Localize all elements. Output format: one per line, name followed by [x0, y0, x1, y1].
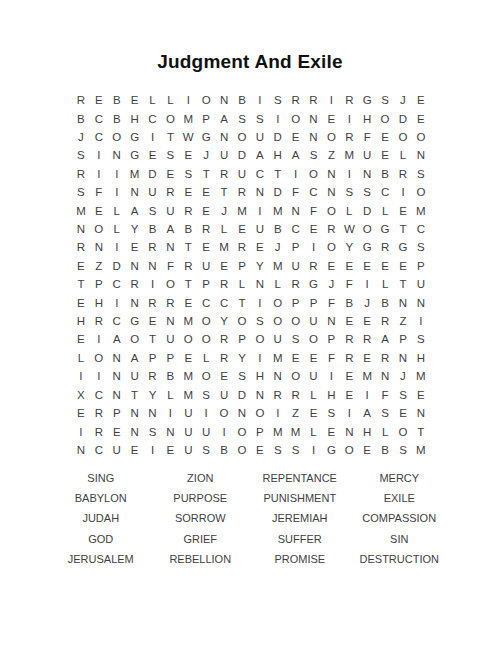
- grid-cell[interactable]: N: [215, 128, 233, 146]
- grid-cell[interactable]: E: [215, 367, 233, 385]
- grid-cell[interactable]: A: [215, 109, 233, 127]
- grid-cell[interactable]: E: [90, 91, 108, 109]
- grid-cell[interactable]: S: [340, 183, 358, 201]
- grid-cell[interactable]: N: [376, 367, 394, 385]
- grid-cell[interactable]: R: [215, 330, 233, 348]
- grid-cell[interactable]: M: [287, 422, 305, 440]
- grid-cell[interactable]: E: [108, 422, 126, 440]
- grid-cell[interactable]: X: [72, 386, 90, 404]
- grid-cell[interactable]: M: [179, 386, 197, 404]
- grid-cell[interactable]: R: [215, 165, 233, 183]
- grid-cell[interactable]: E: [126, 91, 144, 109]
- grid-cell[interactable]: N: [72, 220, 90, 238]
- grid-cell[interactable]: T: [215, 183, 233, 201]
- grid-cell[interactable]: N: [412, 293, 430, 311]
- grid-cell[interactable]: N: [215, 91, 233, 109]
- grid-cell[interactable]: U: [197, 422, 215, 440]
- grid-cell[interactable]: F: [322, 293, 340, 311]
- grid-cell[interactable]: S: [305, 146, 323, 164]
- grid-cell[interactable]: O: [322, 238, 340, 256]
- grid-cell[interactable]: E: [179, 349, 197, 367]
- grid-cell[interactable]: A: [251, 146, 269, 164]
- grid-cell[interactable]: R: [305, 91, 323, 109]
- grid-cell[interactable]: E: [305, 404, 323, 422]
- grid-cell[interactable]: J: [322, 275, 340, 293]
- grid-cell[interactable]: D: [394, 109, 412, 127]
- grid-cell[interactable]: H: [322, 386, 340, 404]
- grid-cell[interactable]: S: [144, 422, 162, 440]
- grid-cell[interactable]: T: [233, 293, 251, 311]
- grid-cell[interactable]: S: [269, 441, 287, 459]
- grid-cell[interactable]: B: [179, 220, 197, 238]
- grid-cell[interactable]: G: [126, 128, 144, 146]
- grid-cell[interactable]: D: [233, 386, 251, 404]
- grid-cell[interactable]: E: [90, 201, 108, 219]
- grid-cell[interactable]: E: [340, 386, 358, 404]
- grid-cell[interactable]: O: [394, 422, 412, 440]
- grid-cell[interactable]: I: [108, 183, 126, 201]
- grid-cell[interactable]: U: [412, 275, 430, 293]
- grid-cell[interactable]: N: [394, 293, 412, 311]
- grid-cell[interactable]: U: [358, 146, 376, 164]
- grid-cell[interactable]: T: [394, 220, 412, 238]
- grid-cell[interactable]: I: [72, 367, 90, 385]
- grid-cell[interactable]: S: [376, 404, 394, 422]
- grid-cell[interactable]: J: [358, 293, 376, 311]
- grid-cell[interactable]: R: [90, 404, 108, 422]
- grid-cell[interactable]: U: [197, 257, 215, 275]
- grid-cell[interactable]: N: [269, 367, 287, 385]
- grid-cell[interactable]: E: [197, 201, 215, 219]
- grid-cell[interactable]: S: [412, 330, 430, 348]
- grid-cell[interactable]: E: [358, 312, 376, 330]
- grid-cell[interactable]: U: [108, 441, 126, 459]
- grid-cell[interactable]: U: [233, 165, 251, 183]
- grid-cell[interactable]: G: [376, 220, 394, 238]
- grid-cell[interactable]: H: [269, 146, 287, 164]
- grid-cell[interactable]: I: [144, 275, 162, 293]
- grid-cell[interactable]: I: [340, 165, 358, 183]
- grid-cell[interactable]: P: [305, 293, 323, 311]
- grid-cell[interactable]: U: [305, 312, 323, 330]
- grid-cell[interactable]: I: [287, 165, 305, 183]
- grid-cell[interactable]: N: [322, 183, 340, 201]
- grid-cell[interactable]: L: [161, 386, 179, 404]
- grid-cell[interactable]: G: [197, 128, 215, 146]
- grid-cell[interactable]: O: [179, 330, 197, 348]
- grid-cell[interactable]: R: [340, 91, 358, 109]
- grid-cell[interactable]: R: [72, 165, 90, 183]
- grid-cell[interactable]: O: [287, 367, 305, 385]
- grid-cell[interactable]: A: [376, 330, 394, 348]
- grid-cell[interactable]: R: [376, 312, 394, 330]
- grid-cell[interactable]: I: [305, 238, 323, 256]
- grid-cell[interactable]: I: [412, 312, 430, 330]
- grid-cell[interactable]: I: [90, 165, 108, 183]
- grid-cell[interactable]: G: [322, 441, 340, 459]
- grid-cell[interactable]: E: [197, 238, 215, 256]
- grid-cell[interactable]: R: [340, 128, 358, 146]
- grid-cell[interactable]: Z: [322, 146, 340, 164]
- grid-cell[interactable]: T: [179, 238, 197, 256]
- grid-cell[interactable]: T: [72, 275, 90, 293]
- grid-cell[interactable]: R: [215, 275, 233, 293]
- grid-cell[interactable]: N: [287, 201, 305, 219]
- grid-cell[interactable]: S: [233, 367, 251, 385]
- grid-cell[interactable]: S: [72, 183, 90, 201]
- grid-cell[interactable]: B: [376, 441, 394, 459]
- grid-cell[interactable]: E: [394, 257, 412, 275]
- grid-cell[interactable]: E: [358, 257, 376, 275]
- grid-cell[interactable]: E: [197, 183, 215, 201]
- grid-cell[interactable]: F: [376, 386, 394, 404]
- grid-cell[interactable]: D: [108, 257, 126, 275]
- grid-cell[interactable]: L: [340, 201, 358, 219]
- grid-cell[interactable]: F: [161, 257, 179, 275]
- grid-cell[interactable]: E: [376, 257, 394, 275]
- grid-cell[interactable]: O: [197, 367, 215, 385]
- grid-cell[interactable]: E: [340, 312, 358, 330]
- grid-cell[interactable]: N: [126, 422, 144, 440]
- grid-cell[interactable]: O: [161, 275, 179, 293]
- grid-cell[interactable]: N: [108, 386, 126, 404]
- grid-cell[interactable]: P: [233, 257, 251, 275]
- grid-cell[interactable]: N: [305, 109, 323, 127]
- grid-cell[interactable]: I: [251, 293, 269, 311]
- grid-cell[interactable]: C: [90, 109, 108, 127]
- grid-cell[interactable]: R: [394, 165, 412, 183]
- grid-cell[interactable]: O: [251, 404, 269, 422]
- grid-cell[interactable]: N: [161, 312, 179, 330]
- grid-cell[interactable]: I: [340, 109, 358, 127]
- grid-cell[interactable]: G: [126, 312, 144, 330]
- grid-cell[interactable]: U: [215, 146, 233, 164]
- grid-cell[interactable]: M: [179, 312, 197, 330]
- grid-cell[interactable]: P: [412, 257, 430, 275]
- grid-cell[interactable]: E: [126, 441, 144, 459]
- grid-cell[interactable]: E: [412, 109, 430, 127]
- grid-cell[interactable]: H: [412, 349, 430, 367]
- grid-cell[interactable]: G: [126, 146, 144, 164]
- grid-cell[interactable]: N: [322, 312, 340, 330]
- grid-cell[interactable]: L: [108, 220, 126, 238]
- grid-cell[interactable]: I: [251, 349, 269, 367]
- grid-cell[interactable]: S: [394, 386, 412, 404]
- grid-cell[interactable]: D: [269, 128, 287, 146]
- grid-cell[interactable]: R: [179, 257, 197, 275]
- grid-cell[interactable]: B: [108, 91, 126, 109]
- grid-cell[interactable]: E: [305, 220, 323, 238]
- grid-cell[interactable]: M: [126, 165, 144, 183]
- grid-cell[interactable]: N: [251, 183, 269, 201]
- grid-cell[interactable]: M: [233, 201, 251, 219]
- grid-cell[interactable]: E: [412, 91, 430, 109]
- grid-cell[interactable]: R: [144, 367, 162, 385]
- grid-cell[interactable]: E: [412, 386, 430, 404]
- grid-cell[interactable]: R: [233, 238, 251, 256]
- grid-cell[interactable]: E: [358, 441, 376, 459]
- grid-cell[interactable]: N: [251, 386, 269, 404]
- grid-cell[interactable]: B: [215, 441, 233, 459]
- grid-cell[interactable]: E: [161, 165, 179, 183]
- grid-cell[interactable]: I: [322, 91, 340, 109]
- grid-cell[interactable]: E: [179, 146, 197, 164]
- grid-cell[interactable]: S: [287, 441, 305, 459]
- grid-cell[interactable]: I: [305, 441, 323, 459]
- grid-cell[interactable]: M: [269, 349, 287, 367]
- grid-cell[interactable]: E: [394, 404, 412, 422]
- grid-cell[interactable]: N: [340, 422, 358, 440]
- grid-cell[interactable]: E: [251, 238, 269, 256]
- grid-cell[interactable]: R: [72, 91, 90, 109]
- grid-cell[interactable]: P: [287, 293, 305, 311]
- grid-cell[interactable]: L: [161, 91, 179, 109]
- grid-cell[interactable]: R: [376, 349, 394, 367]
- grid-cell[interactable]: M: [340, 146, 358, 164]
- grid-cell[interactable]: A: [358, 404, 376, 422]
- grid-cell[interactable]: E: [144, 312, 162, 330]
- grid-cell[interactable]: D: [144, 165, 162, 183]
- grid-cell[interactable]: M: [269, 422, 287, 440]
- grid-cell[interactable]: B: [233, 91, 251, 109]
- grid-cell[interactable]: O: [287, 312, 305, 330]
- grid-cell[interactable]: U: [126, 367, 144, 385]
- grid-cell[interactable]: J: [197, 146, 215, 164]
- grid-cell[interactable]: E: [215, 257, 233, 275]
- grid-cell[interactable]: L: [305, 422, 323, 440]
- grid-cell[interactable]: S: [72, 146, 90, 164]
- grid-cell[interactable]: E: [161, 441, 179, 459]
- grid-cell[interactable]: E: [72, 293, 90, 311]
- grid-cell[interactable]: R: [179, 201, 197, 219]
- grid-cell[interactable]: R: [72, 238, 90, 256]
- grid-cell[interactable]: M: [72, 201, 90, 219]
- grid-cell[interactable]: M: [179, 367, 197, 385]
- grid-cell[interactable]: R: [340, 330, 358, 348]
- grid-cell[interactable]: T: [269, 165, 287, 183]
- grid-cell[interactable]: I: [108, 238, 126, 256]
- grid-cell[interactable]: E: [376, 146, 394, 164]
- grid-cell[interactable]: E: [340, 257, 358, 275]
- grid-cell[interactable]: M: [358, 367, 376, 385]
- grid-cell[interactable]: E: [251, 441, 269, 459]
- grid-cell[interactable]: U: [251, 220, 269, 238]
- grid-cell[interactable]: C: [287, 220, 305, 238]
- grid-cell[interactable]: Y: [340, 238, 358, 256]
- grid-cell[interactable]: J: [394, 367, 412, 385]
- grid-cell[interactable]: I: [251, 201, 269, 219]
- grid-cell[interactable]: E: [358, 349, 376, 367]
- grid-cell[interactable]: O: [108, 128, 126, 146]
- grid-cell[interactable]: L: [215, 220, 233, 238]
- grid-cell[interactable]: S: [287, 330, 305, 348]
- grid-cell[interactable]: E: [287, 128, 305, 146]
- grid-cell[interactable]: N: [412, 146, 430, 164]
- grid-cell[interactable]: H: [126, 109, 144, 127]
- grid-cell[interactable]: U: [215, 386, 233, 404]
- grid-cell[interactable]: E: [144, 146, 162, 164]
- grid-cell[interactable]: A: [108, 330, 126, 348]
- grid-cell[interactable]: N: [144, 257, 162, 275]
- grid-cell[interactable]: E: [179, 183, 197, 201]
- grid-cell[interactable]: H: [251, 367, 269, 385]
- grid-cell[interactable]: T: [144, 330, 162, 348]
- grid-cell[interactable]: O: [376, 109, 394, 127]
- grid-cell[interactable]: H: [358, 109, 376, 127]
- grid-cell[interactable]: O: [251, 330, 269, 348]
- grid-cell[interactable]: B: [376, 293, 394, 311]
- grid-cell[interactable]: O: [412, 128, 430, 146]
- grid-cell[interactable]: L: [197, 349, 215, 367]
- grid-cell[interactable]: N: [322, 165, 340, 183]
- grid-cell[interactable]: P: [197, 109, 215, 127]
- grid-cell[interactable]: D: [358, 201, 376, 219]
- grid-cell[interactable]: A: [161, 220, 179, 238]
- grid-cell[interactable]: N: [108, 349, 126, 367]
- grid-cell[interactable]: C: [108, 275, 126, 293]
- grid-cell[interactable]: D: [269, 183, 287, 201]
- grid-cell[interactable]: G: [305, 275, 323, 293]
- grid-cell[interactable]: O: [340, 441, 358, 459]
- grid-cell[interactable]: S: [376, 91, 394, 109]
- grid-cell[interactable]: O: [287, 109, 305, 127]
- grid-cell[interactable]: N: [251, 275, 269, 293]
- grid-cell[interactable]: I: [340, 404, 358, 422]
- grid-cell[interactable]: P: [197, 275, 215, 293]
- grid-cell[interactable]: R: [90, 312, 108, 330]
- grid-cell[interactable]: U: [179, 404, 197, 422]
- grid-cell[interactable]: N: [161, 422, 179, 440]
- grid-cell[interactable]: O: [322, 201, 340, 219]
- grid-cell[interactable]: S: [358, 183, 376, 201]
- grid-cell[interactable]: E: [394, 201, 412, 219]
- grid-cell[interactable]: R: [233, 183, 251, 201]
- grid-cell[interactable]: S: [179, 165, 197, 183]
- grid-cell[interactable]: A: [126, 201, 144, 219]
- grid-cell[interactable]: P: [108, 404, 126, 422]
- grid-cell[interactable]: T: [161, 128, 179, 146]
- grid-cell[interactable]: B: [376, 165, 394, 183]
- grid-cell[interactable]: G: [358, 91, 376, 109]
- grid-cell[interactable]: U: [161, 201, 179, 219]
- grid-cell[interactable]: J: [269, 238, 287, 256]
- grid-cell[interactable]: L: [305, 386, 323, 404]
- grid-cell[interactable]: S: [322, 404, 340, 422]
- grid-cell[interactable]: N: [108, 367, 126, 385]
- grid-cell[interactable]: Y: [251, 257, 269, 275]
- grid-cell[interactable]: I: [179, 91, 197, 109]
- grid-cell[interactable]: I: [90, 367, 108, 385]
- grid-cell[interactable]: O: [305, 330, 323, 348]
- grid-cell[interactable]: F: [90, 183, 108, 201]
- grid-cell[interactable]: I: [108, 165, 126, 183]
- grid-cell[interactable]: H: [358, 422, 376, 440]
- grid-cell[interactable]: O: [233, 422, 251, 440]
- grid-cell[interactable]: I: [251, 91, 269, 109]
- grid-cell[interactable]: R: [322, 220, 340, 238]
- grid-cell[interactable]: I: [322, 367, 340, 385]
- grid-cell[interactable]: I: [90, 146, 108, 164]
- grid-cell[interactable]: R: [197, 220, 215, 238]
- grid-cell[interactable]: O: [269, 293, 287, 311]
- grid-cell[interactable]: Y: [233, 349, 251, 367]
- grid-cell[interactable]: S: [394, 441, 412, 459]
- grid-cell[interactable]: O: [197, 312, 215, 330]
- grid-cell[interactable]: I: [215, 422, 233, 440]
- grid-cell[interactable]: I: [394, 183, 412, 201]
- grid-cell[interactable]: R: [215, 349, 233, 367]
- grid-cell[interactable]: H: [90, 293, 108, 311]
- grid-cell[interactable]: N: [412, 404, 430, 422]
- grid-cell[interactable]: Y: [144, 386, 162, 404]
- grid-cell[interactable]: R: [287, 386, 305, 404]
- grid-cell[interactable]: S: [269, 91, 287, 109]
- grid-cell[interactable]: E: [126, 238, 144, 256]
- grid-cell[interactable]: I: [269, 404, 287, 422]
- grid-cell[interactable]: I: [108, 293, 126, 311]
- grid-cell[interactable]: F: [340, 275, 358, 293]
- grid-cell[interactable]: L: [394, 146, 412, 164]
- grid-cell[interactable]: L: [144, 91, 162, 109]
- grid-cell[interactable]: P: [322, 330, 340, 348]
- grid-cell[interactable]: I: [269, 109, 287, 127]
- grid-cell[interactable]: Z: [394, 312, 412, 330]
- grid-cell[interactable]: C: [197, 293, 215, 311]
- grid-cell[interactable]: F: [322, 349, 340, 367]
- grid-cell[interactable]: O: [126, 330, 144, 348]
- grid-cell[interactable]: J: [394, 91, 412, 109]
- grid-cell[interactable]: D: [233, 146, 251, 164]
- grid-cell[interactable]: B: [144, 220, 162, 238]
- grid-cell[interactable]: T: [179, 275, 197, 293]
- grid-cell[interactable]: R: [305, 257, 323, 275]
- grid-cell[interactable]: O: [233, 128, 251, 146]
- grid-cell[interactable]: M: [269, 257, 287, 275]
- grid-cell[interactable]: I: [358, 275, 376, 293]
- grid-cell[interactable]: N: [72, 441, 90, 459]
- grid-cell[interactable]: P: [90, 275, 108, 293]
- grid-cell[interactable]: O: [215, 404, 233, 422]
- grid-cell[interactable]: R: [376, 238, 394, 256]
- grid-cell[interactable]: S: [251, 109, 269, 127]
- grid-cell[interactable]: E: [179, 293, 197, 311]
- grid-cell[interactable]: C: [144, 109, 162, 127]
- grid-cell[interactable]: R: [161, 183, 179, 201]
- grid-cell[interactable]: J: [72, 128, 90, 146]
- grid-cell[interactable]: U: [161, 330, 179, 348]
- grid-cell[interactable]: Z: [90, 257, 108, 275]
- grid-cell[interactable]: G: [358, 238, 376, 256]
- grid-cell[interactable]: I: [197, 404, 215, 422]
- grid-cell[interactable]: P: [161, 349, 179, 367]
- grid-cell[interactable]: B: [72, 109, 90, 127]
- grid-cell[interactable]: E: [287, 349, 305, 367]
- grid-cell[interactable]: E: [72, 330, 90, 348]
- grid-cell[interactable]: C: [305, 183, 323, 201]
- grid-cell[interactable]: N: [394, 349, 412, 367]
- grid-cell[interactable]: S: [233, 109, 251, 127]
- grid-cell[interactable]: P: [251, 422, 269, 440]
- grid-cell[interactable]: P: [144, 349, 162, 367]
- grid-cell[interactable]: E: [376, 128, 394, 146]
- grid-cell[interactable]: R: [161, 293, 179, 311]
- grid-cell[interactable]: E: [340, 367, 358, 385]
- grid-cell[interactable]: P: [394, 330, 412, 348]
- grid-cell[interactable]: E: [72, 404, 90, 422]
- grid-cell[interactable]: B: [340, 293, 358, 311]
- grid-cell[interactable]: E: [322, 109, 340, 127]
- grid-cell[interactable]: N: [161, 238, 179, 256]
